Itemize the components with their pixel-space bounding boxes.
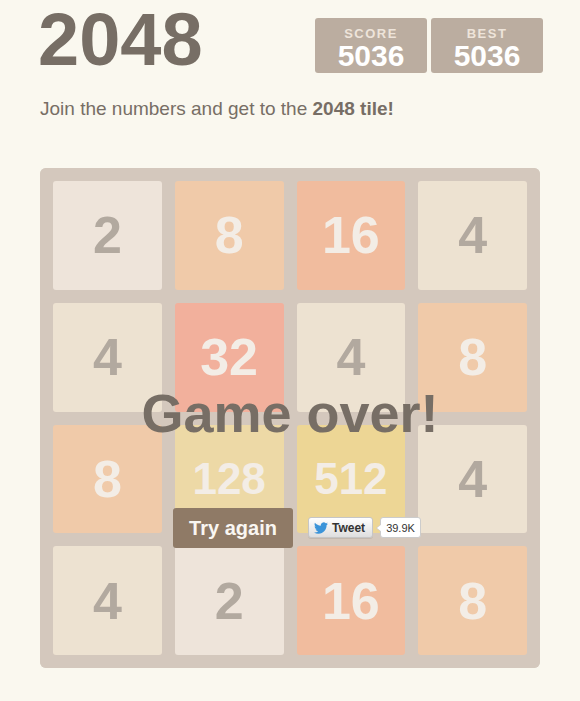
page-title: 2048 (38, 4, 203, 76)
page: 2048 SCORE 5036 BEST 5036 Join the numbe… (0, 0, 580, 701)
subtitle-goal: 2048 tile! (313, 98, 394, 119)
game-over-message: Game over! (40, 386, 540, 440)
tweet-widget: Tweet 39.9K (308, 517, 421, 538)
subtitle: Join the numbers and get to the 2048 til… (40, 96, 394, 122)
tweet-count[interactable]: 39.9K (380, 517, 421, 538)
twitter-bird-icon (314, 522, 328, 534)
tweet-button[interactable]: Tweet (308, 517, 373, 538)
best-value: 5036 (431, 40, 543, 72)
best-box: BEST 5036 (431, 18, 543, 73)
score-value: 5036 (315, 40, 427, 72)
game-board: 28164432488128512442168 Game over! Try a… (40, 168, 540, 668)
score-panel: SCORE 5036 BEST 5036 (315, 18, 543, 73)
score-box: SCORE 5036 (315, 18, 427, 73)
subtitle-text: Join the numbers and get to the (40, 98, 313, 119)
try-again-button[interactable]: Try again (173, 508, 293, 548)
tweet-button-label: Tweet (332, 521, 365, 535)
